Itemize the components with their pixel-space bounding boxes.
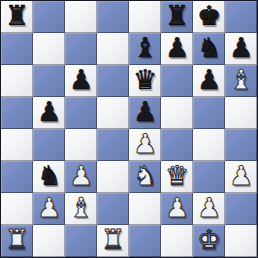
piece-white-pawn[interactable]: ♟ — [69, 161, 93, 192]
square-c5[interactable] — [65, 97, 97, 129]
square-b5[interactable]: ♟ — [33, 97, 65, 129]
square-c7[interactable] — [65, 33, 97, 65]
square-f1[interactable] — [161, 225, 193, 257]
piece-black-pawn[interactable]: ♟ — [37, 97, 61, 128]
piece-white-pawn[interactable]: ♟ — [165, 193, 189, 224]
square-a2[interactable] — [1, 193, 33, 225]
square-h1[interactable] — [225, 225, 257, 257]
piece-black-pawn[interactable]: ♟ — [229, 33, 253, 64]
square-f8[interactable]: ♜ — [161, 1, 193, 33]
square-a8[interactable]: ♜ — [1, 1, 33, 33]
square-h5[interactable] — [225, 97, 257, 129]
square-d7[interactable] — [97, 33, 129, 65]
piece-black-king[interactable]: ♚ — [197, 1, 221, 32]
square-b2[interactable]: ♟ — [33, 193, 65, 225]
square-c8[interactable] — [65, 1, 97, 33]
piece-white-rook[interactable]: ♜ — [5, 225, 29, 256]
square-h7[interactable]: ♟ — [225, 33, 257, 65]
piece-white-king[interactable]: ♚ — [197, 225, 221, 256]
square-e4[interactable]: ♟ — [129, 129, 161, 161]
square-g3[interactable] — [193, 161, 225, 193]
square-b8[interactable] — [33, 1, 65, 33]
square-d1[interactable]: ♜ — [97, 225, 129, 257]
square-f5[interactable] — [161, 97, 193, 129]
square-h4[interactable] — [225, 129, 257, 161]
square-h2[interactable] — [225, 193, 257, 225]
piece-black-pawn[interactable]: ♟ — [197, 65, 221, 96]
square-g6[interactable]: ♟ — [193, 65, 225, 97]
piece-white-queen[interactable]: ♛ — [165, 161, 189, 192]
square-g4[interactable] — [193, 129, 225, 161]
piece-black-pawn[interactable]: ♟ — [69, 65, 93, 96]
square-a7[interactable] — [1, 33, 33, 65]
square-f4[interactable] — [161, 129, 193, 161]
square-g7[interactable]: ♞ — [193, 33, 225, 65]
square-h3[interactable]: ♟ — [225, 161, 257, 193]
square-a4[interactable] — [1, 129, 33, 161]
square-e7[interactable]: ♝ — [129, 33, 161, 65]
piece-white-knight[interactable]: ♞ — [133, 161, 157, 192]
piece-white-pawn[interactable]: ♟ — [229, 161, 253, 192]
square-c1[interactable] — [65, 225, 97, 257]
square-d6[interactable] — [97, 65, 129, 97]
square-f6[interactable] — [161, 65, 193, 97]
square-d2[interactable] — [97, 193, 129, 225]
square-d8[interactable] — [97, 1, 129, 33]
piece-black-knight[interactable]: ♞ — [197, 33, 221, 64]
square-c6[interactable]: ♟ — [65, 65, 97, 97]
square-h8[interactable] — [225, 1, 257, 33]
piece-black-rook[interactable]: ♜ — [5, 1, 29, 32]
piece-black-rook[interactable]: ♜ — [165, 1, 189, 32]
square-d4[interactable] — [97, 129, 129, 161]
square-h6[interactable]: ♝ — [225, 65, 257, 97]
square-b7[interactable] — [33, 33, 65, 65]
square-g5[interactable] — [193, 97, 225, 129]
chess-board: ♜♜♚♝♟♞♟♟♛♟♝♟♟♟♞♟♞♛♟♟♝♟♟♜♜♚ — [1, 1, 257, 257]
square-d5[interactable] — [97, 97, 129, 129]
square-d3[interactable] — [97, 161, 129, 193]
square-g2[interactable]: ♟ — [193, 193, 225, 225]
piece-black-queen[interactable]: ♛ — [133, 65, 157, 96]
square-a3[interactable] — [1, 161, 33, 193]
square-e1[interactable] — [129, 225, 161, 257]
piece-black-bishop[interactable]: ♝ — [133, 33, 157, 64]
square-g1[interactable]: ♚ — [193, 225, 225, 257]
square-a5[interactable] — [1, 97, 33, 129]
piece-white-bishop[interactable]: ♝ — [229, 65, 253, 96]
square-f2[interactable]: ♟ — [161, 193, 193, 225]
piece-white-pawn[interactable]: ♟ — [197, 193, 221, 224]
piece-black-knight[interactable]: ♞ — [37, 161, 61, 192]
square-e3[interactable]: ♞ — [129, 161, 161, 193]
square-g8[interactable]: ♚ — [193, 1, 225, 33]
square-b6[interactable] — [33, 65, 65, 97]
square-f7[interactable]: ♟ — [161, 33, 193, 65]
piece-white-pawn[interactable]: ♟ — [133, 129, 157, 160]
piece-white-bishop[interactable]: ♝ — [69, 193, 93, 224]
piece-black-pawn[interactable]: ♟ — [133, 97, 157, 128]
square-a6[interactable] — [1, 65, 33, 97]
square-a1[interactable]: ♜ — [1, 225, 33, 257]
chess-board-frame: ♜♜♚♝♟♞♟♟♛♟♝♟♟♟♞♟♞♛♟♟♝♟♟♜♜♚ — [0, 0, 258, 258]
square-c3[interactable]: ♟ — [65, 161, 97, 193]
square-c2[interactable]: ♝ — [65, 193, 97, 225]
square-b3[interactable]: ♞ — [33, 161, 65, 193]
piece-white-rook[interactable]: ♜ — [101, 225, 125, 256]
square-e6[interactable]: ♛ — [129, 65, 161, 97]
square-b1[interactable] — [33, 225, 65, 257]
piece-white-pawn[interactable]: ♟ — [37, 193, 61, 224]
square-f3[interactable]: ♛ — [161, 161, 193, 193]
square-e8[interactable] — [129, 1, 161, 33]
piece-black-pawn[interactable]: ♟ — [165, 33, 189, 64]
square-c4[interactable] — [65, 129, 97, 161]
square-e2[interactable] — [129, 193, 161, 225]
square-e5[interactable]: ♟ — [129, 97, 161, 129]
square-b4[interactable] — [33, 129, 65, 161]
